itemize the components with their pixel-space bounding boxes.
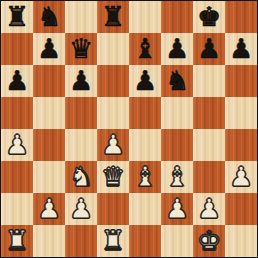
square-e3[interactable]: ♝ <box>129 161 161 193</box>
square-b1[interactable] <box>33 225 65 257</box>
piece-black-pawn[interactable]: ♟ <box>229 33 253 65</box>
square-c4[interactable] <box>65 129 97 161</box>
square-d2[interactable] <box>97 193 129 225</box>
piece-black-pawn[interactable]: ♟ <box>69 65 93 97</box>
square-a1[interactable]: ♜ <box>1 225 33 257</box>
piece-white-pawn[interactable]: ♟ <box>69 193 93 225</box>
square-e2[interactable] <box>129 193 161 225</box>
square-d5[interactable] <box>97 97 129 129</box>
square-h6[interactable] <box>225 65 257 97</box>
square-d7[interactable] <box>97 33 129 65</box>
piece-white-king[interactable]: ♚ <box>197 225 221 257</box>
square-b5[interactable] <box>33 97 65 129</box>
square-g3[interactable] <box>193 161 225 193</box>
square-a7[interactable] <box>1 33 33 65</box>
square-d4[interactable]: ♟ <box>97 129 129 161</box>
square-a8[interactable]: ♜ <box>1 1 33 33</box>
square-h5[interactable] <box>225 97 257 129</box>
square-f1[interactable] <box>161 225 193 257</box>
piece-white-rook[interactable]: ♜ <box>5 225 29 257</box>
square-g2[interactable]: ♟ <box>193 193 225 225</box>
square-c1[interactable] <box>65 225 97 257</box>
square-d3[interactable]: ♛ <box>97 161 129 193</box>
piece-black-bishop[interactable]: ♝ <box>133 33 157 65</box>
square-c7[interactable]: ♛ <box>65 33 97 65</box>
square-a2[interactable] <box>1 193 33 225</box>
piece-white-bishop[interactable]: ♝ <box>133 161 157 193</box>
piece-white-pawn[interactable]: ♟ <box>229 161 253 193</box>
square-d8[interactable]: ♜ <box>97 1 129 33</box>
square-a5[interactable] <box>1 97 33 129</box>
piece-white-knight[interactable]: ♞ <box>69 161 93 193</box>
square-a4[interactable]: ♟ <box>1 129 33 161</box>
square-a3[interactable] <box>1 161 33 193</box>
square-e4[interactable] <box>129 129 161 161</box>
square-e6[interactable]: ♟ <box>129 65 161 97</box>
piece-white-pawn[interactable]: ♟ <box>5 129 29 161</box>
square-f5[interactable] <box>161 97 193 129</box>
square-f2[interactable]: ♟ <box>161 193 193 225</box>
piece-white-queen[interactable]: ♛ <box>101 161 125 193</box>
square-a6[interactable]: ♟ <box>1 65 33 97</box>
piece-black-knight[interactable]: ♞ <box>165 65 189 97</box>
square-e1[interactable] <box>129 225 161 257</box>
chess-board: ♜♞♜♚♟♛♝♟♟♟♟♟♟♞♟♟♞♛♝♝♟♟♟♟♟♜♜♚ <box>0 0 258 258</box>
square-f7[interactable]: ♟ <box>161 33 193 65</box>
square-h4[interactable] <box>225 129 257 161</box>
piece-black-king[interactable]: ♚ <box>197 1 221 33</box>
piece-white-pawn[interactable]: ♟ <box>165 193 189 225</box>
square-g1[interactable]: ♚ <box>193 225 225 257</box>
square-f3[interactable]: ♝ <box>161 161 193 193</box>
square-g6[interactable] <box>193 65 225 97</box>
piece-black-rook[interactable]: ♜ <box>101 1 125 33</box>
square-c2[interactable]: ♟ <box>65 193 97 225</box>
square-c3[interactable]: ♞ <box>65 161 97 193</box>
square-b3[interactable] <box>33 161 65 193</box>
square-b4[interactable] <box>33 129 65 161</box>
square-f8[interactable] <box>161 1 193 33</box>
square-f6[interactable]: ♞ <box>161 65 193 97</box>
square-c5[interactable] <box>65 97 97 129</box>
square-b8[interactable]: ♞ <box>33 1 65 33</box>
piece-white-bishop[interactable]: ♝ <box>165 161 189 193</box>
square-e7[interactable]: ♝ <box>129 33 161 65</box>
square-g4[interactable] <box>193 129 225 161</box>
square-e5[interactable] <box>129 97 161 129</box>
piece-white-pawn[interactable]: ♟ <box>37 193 61 225</box>
piece-black-rook[interactable]: ♜ <box>5 1 29 33</box>
square-h2[interactable] <box>225 193 257 225</box>
piece-black-pawn[interactable]: ♟ <box>165 33 189 65</box>
piece-white-rook[interactable]: ♜ <box>101 225 125 257</box>
square-b2[interactable]: ♟ <box>33 193 65 225</box>
square-g5[interactable] <box>193 97 225 129</box>
square-g8[interactable]: ♚ <box>193 1 225 33</box>
piece-white-pawn[interactable]: ♟ <box>197 193 221 225</box>
square-h1[interactable] <box>225 225 257 257</box>
square-c6[interactable]: ♟ <box>65 65 97 97</box>
square-d6[interactable] <box>97 65 129 97</box>
square-f4[interactable] <box>161 129 193 161</box>
square-h3[interactable]: ♟ <box>225 161 257 193</box>
piece-black-pawn[interactable]: ♟ <box>37 33 61 65</box>
square-d1[interactable]: ♜ <box>97 225 129 257</box>
square-h8[interactable] <box>225 1 257 33</box>
piece-black-pawn[interactable]: ♟ <box>133 65 157 97</box>
piece-white-pawn[interactable]: ♟ <box>101 129 125 161</box>
square-e8[interactable] <box>129 1 161 33</box>
square-g7[interactable]: ♟ <box>193 33 225 65</box>
piece-black-pawn[interactable]: ♟ <box>5 65 29 97</box>
square-b6[interactable] <box>33 65 65 97</box>
square-b7[interactable]: ♟ <box>33 33 65 65</box>
square-h7[interactable]: ♟ <box>225 33 257 65</box>
piece-black-queen[interactable]: ♛ <box>69 33 93 65</box>
piece-black-knight[interactable]: ♞ <box>37 1 61 33</box>
piece-black-pawn[interactable]: ♟ <box>197 33 221 65</box>
square-c8[interactable] <box>65 1 97 33</box>
